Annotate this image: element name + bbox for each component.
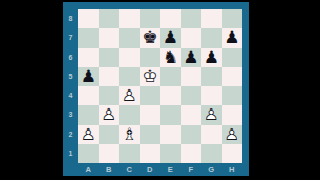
square-e8[interactable] bbox=[160, 9, 181, 28]
chess-board: ♚♟♟♞♟♟♟♚♔♟♙♟♙♟♙♟♙♝♗♟♙ bbox=[78, 9, 242, 163]
square-a2[interactable]: ♟♙ bbox=[78, 125, 99, 144]
square-d3[interactable] bbox=[140, 105, 161, 124]
black-pawn-glyph: ♟ bbox=[201, 48, 222, 67]
square-h2[interactable]: ♟♙ bbox=[222, 125, 243, 144]
black-pawn-f6[interactable]: ♟ bbox=[181, 48, 202, 67]
file-label-c: C bbox=[119, 163, 140, 176]
square-f7[interactable] bbox=[181, 28, 202, 47]
square-b7[interactable] bbox=[99, 28, 120, 47]
white-pawn-glyph: ♙ bbox=[201, 105, 222, 124]
square-h5[interactable] bbox=[222, 67, 243, 86]
white-king-d5[interactable]: ♚♔ bbox=[140, 67, 161, 86]
square-f4[interactable] bbox=[181, 86, 202, 105]
white-pawn-c4[interactable]: ♟♙ bbox=[119, 86, 140, 105]
black-pawn-g6[interactable]: ♟ bbox=[201, 48, 222, 67]
white-pawn-g3[interactable]: ♟♙ bbox=[201, 105, 222, 124]
file-label-h: H bbox=[222, 163, 243, 176]
square-g3[interactable]: ♟♙ bbox=[201, 105, 222, 124]
white-pawn-b3[interactable]: ♟♙ bbox=[99, 105, 120, 124]
rank-label-3: 3 bbox=[63, 105, 78, 124]
square-f3[interactable] bbox=[181, 105, 202, 124]
square-c8[interactable] bbox=[119, 9, 140, 28]
square-c6[interactable] bbox=[119, 48, 140, 67]
file-label-e: E bbox=[160, 163, 181, 176]
black-pawn-e7[interactable]: ♟ bbox=[160, 28, 181, 47]
square-b4[interactable] bbox=[99, 86, 120, 105]
rank-label-4: 4 bbox=[63, 86, 78, 105]
rank-label-1: 1 bbox=[63, 144, 78, 163]
black-knight-e6[interactable]: ♞ bbox=[160, 48, 181, 67]
square-c3[interactable] bbox=[119, 105, 140, 124]
square-g8[interactable] bbox=[201, 9, 222, 28]
file-label-b: B bbox=[99, 163, 120, 176]
rank-label-2: 2 bbox=[63, 125, 78, 144]
square-e1[interactable] bbox=[160, 144, 181, 163]
square-c2[interactable]: ♝♗ bbox=[119, 125, 140, 144]
black-king-glyph: ♚ bbox=[140, 28, 161, 47]
square-b6[interactable] bbox=[99, 48, 120, 67]
square-b1[interactable] bbox=[99, 144, 120, 163]
square-d6[interactable] bbox=[140, 48, 161, 67]
white-pawn-a2[interactable]: ♟♙ bbox=[78, 125, 99, 144]
rank-label-6: 6 bbox=[63, 48, 78, 67]
square-h3[interactable] bbox=[222, 105, 243, 124]
file-label-g: G bbox=[201, 163, 222, 176]
square-a4[interactable] bbox=[78, 86, 99, 105]
square-a6[interactable] bbox=[78, 48, 99, 67]
black-pawn-glyph: ♟ bbox=[181, 48, 202, 67]
white-pawn-h2[interactable]: ♟♙ bbox=[222, 125, 243, 144]
square-f8[interactable] bbox=[181, 9, 202, 28]
black-king-d7[interactable]: ♚ bbox=[140, 28, 161, 47]
rank-labels: 87654321 bbox=[63, 9, 78, 163]
black-pawn-h7[interactable]: ♟ bbox=[222, 28, 243, 47]
square-d7[interactable]: ♚ bbox=[140, 28, 161, 47]
square-f2[interactable] bbox=[181, 125, 202, 144]
square-c7[interactable] bbox=[119, 28, 140, 47]
square-b8[interactable] bbox=[99, 9, 120, 28]
file-label-f: F bbox=[181, 163, 202, 176]
square-h1[interactable] bbox=[222, 144, 243, 163]
square-a1[interactable] bbox=[78, 144, 99, 163]
white-king-glyph: ♔ bbox=[140, 67, 161, 86]
square-b2[interactable] bbox=[99, 125, 120, 144]
square-d8[interactable] bbox=[140, 9, 161, 28]
square-e7[interactable]: ♟ bbox=[160, 28, 181, 47]
black-pawn-glyph: ♟ bbox=[78, 67, 99, 86]
square-b3[interactable]: ♟♙ bbox=[99, 105, 120, 124]
white-pawn-glyph: ♙ bbox=[119, 86, 140, 105]
rank-label-8: 8 bbox=[63, 9, 78, 28]
square-e2[interactable] bbox=[160, 125, 181, 144]
square-d4[interactable] bbox=[140, 86, 161, 105]
black-pawn-glyph: ♟ bbox=[160, 28, 181, 47]
square-f5[interactable] bbox=[181, 67, 202, 86]
square-a5[interactable]: ♟ bbox=[78, 67, 99, 86]
square-c1[interactable] bbox=[119, 144, 140, 163]
black-pawn-glyph: ♟ bbox=[222, 28, 243, 47]
rank-label-5: 5 bbox=[63, 67, 78, 86]
file-label-d: D bbox=[140, 163, 161, 176]
rank-label-7: 7 bbox=[63, 28, 78, 47]
square-g7[interactable] bbox=[201, 28, 222, 47]
white-pawn-glyph: ♙ bbox=[222, 125, 243, 144]
page-background: 87654321 ABCDEFGH ♚♟♟♞♟♟♟♚♔♟♙♟♙♟♙♟♙♝♗♟♙ bbox=[0, 0, 320, 180]
white-pawn-glyph: ♙ bbox=[99, 105, 120, 124]
file-labels: ABCDEFGH bbox=[78, 163, 242, 176]
square-h4[interactable] bbox=[222, 86, 243, 105]
square-f6[interactable]: ♟ bbox=[181, 48, 202, 67]
square-e3[interactable] bbox=[160, 105, 181, 124]
square-e4[interactable] bbox=[160, 86, 181, 105]
square-a7[interactable] bbox=[78, 28, 99, 47]
chess-board-frame: 87654321 ABCDEFGH ♚♟♟♞♟♟♟♚♔♟♙♟♙♟♙♟♙♝♗♟♙ bbox=[63, 2, 249, 176]
square-g6[interactable]: ♟ bbox=[201, 48, 222, 67]
square-a8[interactable] bbox=[78, 9, 99, 28]
black-pawn-a5[interactable]: ♟ bbox=[78, 67, 99, 86]
square-h8[interactable] bbox=[222, 9, 243, 28]
square-a3[interactable] bbox=[78, 105, 99, 124]
square-b5[interactable] bbox=[99, 67, 120, 86]
square-h6[interactable] bbox=[222, 48, 243, 67]
white-bishop-c2[interactable]: ♝♗ bbox=[119, 125, 140, 144]
white-pawn-glyph: ♙ bbox=[78, 125, 99, 144]
square-c5[interactable] bbox=[119, 67, 140, 86]
square-g5[interactable] bbox=[201, 67, 222, 86]
white-bishop-glyph: ♗ bbox=[119, 125, 140, 144]
square-e5[interactable] bbox=[160, 67, 181, 86]
square-g2[interactable] bbox=[201, 125, 222, 144]
square-d1[interactable] bbox=[140, 144, 161, 163]
square-g4[interactable] bbox=[201, 86, 222, 105]
square-d2[interactable] bbox=[140, 125, 161, 144]
square-h7[interactable]: ♟ bbox=[222, 28, 243, 47]
square-f1[interactable] bbox=[181, 144, 202, 163]
square-e6[interactable]: ♞ bbox=[160, 48, 181, 67]
black-knight-glyph: ♞ bbox=[160, 48, 181, 67]
square-d5[interactable]: ♚♔ bbox=[140, 67, 161, 86]
square-g1[interactable] bbox=[201, 144, 222, 163]
file-label-a: A bbox=[78, 163, 99, 176]
square-c4[interactable]: ♟♙ bbox=[119, 86, 140, 105]
